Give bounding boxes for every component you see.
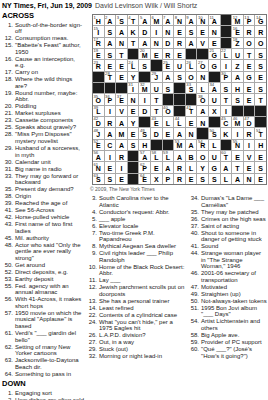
clue-number: 61. bbox=[2, 330, 13, 337]
grid-cell[interactable]: 30P bbox=[221, 72, 232, 82]
clue-item: 31.Big name in radio bbox=[2, 166, 86, 173]
cell-letter: E bbox=[163, 63, 174, 70]
clue-number: 57. bbox=[2, 310, 13, 317]
cell-letter: E bbox=[255, 74, 266, 81]
grid-cell[interactable]: 23R bbox=[93, 60, 104, 70]
grid-cell[interactable]: N bbox=[151, 38, 162, 48]
grid-cell[interactable]: E bbox=[105, 162, 116, 172]
cell-letter: V bbox=[244, 154, 255, 161]
grid-cell[interactable]: I bbox=[139, 94, 150, 104]
cell-letter: H bbox=[139, 142, 150, 149]
cell-letter: T bbox=[244, 52, 255, 59]
grid-cell[interactable]: A bbox=[105, 128, 116, 138]
across-clue-list: 1.South-of-the-border sign-off12.Consump… bbox=[2, 22, 86, 378]
grid-cell[interactable]: 41T bbox=[186, 106, 197, 116]
grid-cell[interactable]: 24L bbox=[128, 60, 139, 70]
grid-cell[interactable]: A bbox=[174, 151, 185, 161]
grid-cell[interactable]: E bbox=[174, 49, 185, 59]
cell-letter: G bbox=[209, 165, 220, 172]
grid-cell[interactable]: A bbox=[163, 162, 174, 172]
grid-cell[interactable]: 47D bbox=[244, 117, 255, 127]
cell-letter: U bbox=[151, 86, 162, 93]
grid-cell[interactable]: A bbox=[139, 38, 150, 48]
grid-cell[interactable]: A bbox=[232, 72, 243, 82]
grid-cell[interactable]: L bbox=[209, 140, 220, 150]
cell-letter: O bbox=[197, 63, 208, 70]
grid-cell[interactable]: A bbox=[105, 38, 116, 48]
grid-cell[interactable]: U bbox=[174, 60, 185, 70]
grid-cell[interactable]: E bbox=[174, 26, 185, 36]
grid-cell[interactable]: T bbox=[151, 106, 162, 116]
clue-number: 40. bbox=[188, 230, 199, 237]
grid-cell[interactable]: S bbox=[128, 140, 139, 150]
grid-cell[interactable]: 5A bbox=[139, 15, 150, 25]
grid-cell[interactable]: G bbox=[209, 60, 220, 70]
grid-cell[interactable]: 61N bbox=[93, 162, 104, 172]
grid-cell[interactable]: E bbox=[209, 38, 220, 48]
grid-cell[interactable]: 8N bbox=[174, 15, 185, 25]
grid-cell[interactable]: E bbox=[255, 72, 266, 82]
cell-letter: O bbox=[93, 97, 104, 104]
grid-cell[interactable]: Y bbox=[197, 162, 208, 172]
grid-cell[interactable]: 50S bbox=[209, 128, 220, 138]
grid-cell[interactable]: S bbox=[105, 26, 116, 36]
grid-cell[interactable]: A bbox=[116, 140, 127, 150]
clue-number: 54. bbox=[188, 318, 199, 325]
grid-cell[interactable]: 20M bbox=[139, 49, 150, 59]
grid-cell[interactable]: R bbox=[244, 128, 255, 138]
grid-cell[interactable]: 48J bbox=[93, 128, 104, 138]
grid-cell[interactable]: 26L bbox=[186, 60, 197, 70]
grid-cell[interactable]: E bbox=[151, 162, 162, 172]
grid-cell[interactable]: 28T bbox=[105, 72, 116, 82]
clue-number: 9. bbox=[86, 250, 97, 257]
grid-cell[interactable]: 11A bbox=[209, 15, 220, 25]
grid-cell[interactable]: E bbox=[128, 128, 139, 138]
grid-cell[interactable]: 60T bbox=[221, 151, 232, 161]
grid-cell[interactable]: 51T bbox=[255, 128, 266, 138]
cell-letter: Y bbox=[128, 74, 139, 81]
grid-cell[interactable]: I bbox=[105, 106, 116, 116]
cell-letter: T bbox=[186, 108, 197, 115]
grid-cell[interactable]: 56A bbox=[93, 151, 104, 161]
cell-letter: G bbox=[209, 63, 220, 70]
grid-cell[interactable]: E bbox=[232, 151, 243, 161]
cell-letter: L bbox=[163, 120, 174, 127]
grid-cell[interactable]: 9A bbox=[186, 15, 197, 25]
cell-letter: A bbox=[232, 74, 243, 81]
grid-cell[interactable]: 54R bbox=[197, 140, 208, 150]
grid-cell[interactable]: I bbox=[221, 60, 232, 70]
grid-cell[interactable]: A bbox=[232, 174, 243, 184]
grid-cell[interactable]: 31I bbox=[128, 83, 139, 93]
grid-cell[interactable]: T bbox=[232, 162, 243, 172]
grid-cell[interactable]: 64E bbox=[139, 174, 150, 184]
grid-cell[interactable]: 18Z bbox=[232, 38, 243, 48]
grid-cell[interactable]: B bbox=[186, 151, 197, 161]
grid-cell[interactable]: O bbox=[186, 72, 197, 82]
cell-letter: H bbox=[255, 142, 266, 149]
cell-letter: U bbox=[209, 154, 220, 161]
clue-item: 6.Elevator locale bbox=[86, 223, 186, 230]
clue-number: 42. bbox=[2, 214, 13, 221]
grid-cell[interactable]: N bbox=[244, 174, 255, 184]
grid-cell[interactable]: S bbox=[232, 94, 243, 104]
grid-cell[interactable]: S bbox=[221, 83, 232, 93]
cell-letter: A bbox=[197, 108, 208, 115]
grid-cell[interactable]: R bbox=[244, 26, 255, 36]
grid-cell[interactable]: E bbox=[116, 174, 127, 184]
black-cell bbox=[93, 72, 104, 82]
grid-cell[interactable]: 38O bbox=[197, 94, 208, 104]
clue-number: 17. bbox=[2, 69, 13, 76]
clue-item: 8.Mythical Aegean Sea dweller bbox=[86, 243, 186, 250]
grid-cell[interactable]: R bbox=[174, 174, 185, 184]
grid-cell[interactable]: 3S bbox=[116, 15, 127, 25]
grid-cell[interactable]: 52E bbox=[93, 140, 104, 150]
clue-item: 5.___ apple bbox=[86, 216, 186, 223]
grid-cell[interactable]: A bbox=[221, 162, 232, 172]
grid-cell[interactable]: U bbox=[151, 83, 162, 93]
clue-item: 10.Home of the Black Rock Desert: Abbr. bbox=[86, 264, 186, 277]
clue-item: 26.L.A.P.D. division? bbox=[86, 332, 186, 339]
cell-letter: L bbox=[93, 108, 104, 115]
grid-cell[interactable]: 59L bbox=[163, 151, 174, 161]
cell-letter: G bbox=[244, 74, 255, 81]
cell-letter: S bbox=[255, 86, 266, 93]
cell-letter: G bbox=[209, 52, 220, 59]
grid-cell[interactable]: 25E bbox=[163, 60, 174, 70]
clue-item: 15."Babette's Feast" author, 1950 bbox=[2, 42, 86, 55]
grid-cell[interactable]: N bbox=[209, 26, 220, 36]
clue-item: 41.See 56-Across bbox=[2, 207, 86, 214]
grid-cell[interactable]: 45C bbox=[221, 117, 232, 127]
grid-cell[interactable]: N bbox=[197, 72, 208, 82]
grid-cell[interactable]: A bbox=[186, 140, 197, 150]
clue-item: 17.Carry on bbox=[2, 69, 86, 76]
cell-letter: D bbox=[244, 120, 255, 127]
grid-cell[interactable]: 57A bbox=[139, 151, 150, 161]
grid-cell[interactable]: D bbox=[139, 26, 150, 36]
grid-cell[interactable]: 22L bbox=[221, 49, 232, 59]
grid-cell[interactable]: M bbox=[116, 128, 127, 138]
grid-cell[interactable]: E bbox=[244, 83, 255, 93]
grid-cell[interactable]: R bbox=[174, 38, 185, 48]
grid-cell[interactable]: N bbox=[128, 94, 139, 104]
cell-letter: N bbox=[174, 18, 185, 25]
grid-cell[interactable]: S bbox=[209, 174, 220, 184]
clue-number: 15. bbox=[2, 42, 13, 49]
puzzle-byline: David Levinson Wilk / Will Shortz bbox=[95, 2, 197, 9]
grid-cell[interactable]: T bbox=[128, 38, 139, 48]
grid-cell[interactable]: D bbox=[139, 106, 150, 116]
cell-letter: I bbox=[232, 131, 243, 138]
grid-cell[interactable]: U bbox=[209, 94, 220, 104]
grid-cell[interactable]: O bbox=[197, 151, 208, 161]
grid-cell[interactable]: 43E bbox=[151, 117, 162, 127]
grid-cell[interactable]: I bbox=[221, 106, 232, 116]
grid-cell[interactable]: V bbox=[244, 151, 255, 161]
grid-cell[interactable]: 13P bbox=[244, 15, 255, 25]
cell-letter: V bbox=[197, 40, 208, 47]
clue-number: 13. bbox=[86, 298, 97, 305]
grid-cell[interactable]: 36P bbox=[105, 94, 116, 104]
clue-number: 25. bbox=[2, 124, 13, 131]
cell-letter: E bbox=[244, 97, 255, 104]
cell-letter: I bbox=[93, 29, 104, 36]
cell-letter: M bbox=[232, 18, 243, 25]
grid-cell[interactable]: L bbox=[221, 174, 232, 184]
clue-number: 33. bbox=[2, 173, 13, 180]
black-cell bbox=[105, 83, 116, 93]
cell-letter: I bbox=[221, 63, 232, 70]
grid-cell[interactable]: 62P bbox=[139, 162, 150, 172]
grid-cell[interactable]: 32M bbox=[139, 83, 150, 93]
cell-letter: A bbox=[105, 131, 116, 138]
grid-cell[interactable]: E bbox=[116, 60, 127, 70]
grid-cell[interactable]: 29J bbox=[151, 72, 162, 82]
grid-cell[interactable]: Y bbox=[128, 117, 139, 127]
grid-cell[interactable]: 34A bbox=[209, 83, 220, 93]
cell-letter: U bbox=[209, 97, 220, 104]
grid-cell[interactable]: I bbox=[105, 151, 116, 161]
grid-cell[interactable]: A bbox=[116, 117, 127, 127]
grid-cell[interactable]: R bbox=[163, 49, 174, 59]
grid-cell[interactable]: E bbox=[197, 26, 208, 36]
grid-cell[interactable]: L bbox=[163, 117, 174, 127]
grid-cell[interactable]: U bbox=[232, 49, 243, 59]
grid-cell[interactable]: 46M bbox=[232, 117, 243, 127]
grid-cell[interactable]: S bbox=[197, 174, 208, 184]
grid-cell[interactable]: E bbox=[116, 72, 127, 82]
cell-letter: T bbox=[232, 165, 243, 172]
grid-cell[interactable]: S bbox=[255, 162, 266, 172]
grid-cell[interactable]: 1H bbox=[93, 15, 104, 25]
grid-cell[interactable]: 37E bbox=[116, 94, 127, 104]
grid-cell[interactable]: 10N bbox=[197, 15, 208, 25]
grid-cell[interactable]: L bbox=[197, 83, 208, 93]
grid-cell[interactable]: I bbox=[151, 26, 162, 36]
grid-cell[interactable]: K bbox=[221, 128, 232, 138]
grid-cell[interactable]: S bbox=[174, 72, 185, 82]
grid-cell[interactable]: S bbox=[255, 83, 266, 93]
grid-cell[interactable]: L bbox=[186, 162, 197, 172]
grid-cell[interactable]: 14G bbox=[255, 15, 266, 25]
grid-cell[interactable]: T bbox=[244, 49, 255, 59]
cell-letter: N bbox=[116, 40, 127, 47]
grid-cell[interactable]: E bbox=[244, 60, 255, 70]
black-cell bbox=[163, 140, 174, 150]
grid-cell[interactable]: A bbox=[116, 26, 127, 36]
cell-letter: N bbox=[93, 165, 104, 172]
clue-number: 50. bbox=[188, 298, 199, 305]
black-cell bbox=[116, 83, 127, 93]
black-cell bbox=[186, 49, 197, 59]
grid-cell[interactable]: 19E bbox=[93, 49, 104, 59]
grid-cell[interactable]: E bbox=[255, 151, 266, 161]
grid-cell[interactable]: U bbox=[209, 151, 220, 161]
grid-cell[interactable]: 49S bbox=[139, 128, 150, 138]
black-cell bbox=[232, 106, 243, 116]
grid-cell[interactable]: 35O bbox=[93, 94, 104, 104]
grid-cell[interactable]: 12M bbox=[232, 15, 243, 25]
cell-letter: T bbox=[105, 74, 116, 81]
grid-cell[interactable]: 40O bbox=[163, 106, 174, 116]
clue-number: 23. bbox=[2, 117, 13, 124]
grid-cell[interactable]: S bbox=[255, 60, 266, 70]
cell-letter: E bbox=[116, 74, 127, 81]
grid-cell[interactable]: S bbox=[105, 49, 116, 59]
grid-cell[interactable]: E bbox=[244, 94, 255, 104]
grid-cell[interactable]: E bbox=[186, 117, 197, 127]
grid-cell[interactable]: 44L bbox=[174, 117, 185, 127]
black-cell bbox=[186, 94, 197, 104]
grid-cell[interactable]: E bbox=[163, 128, 174, 138]
grid-cell[interactable]: 39L bbox=[93, 106, 104, 116]
grid-cell[interactable]: A bbox=[174, 128, 185, 138]
grid-cell[interactable]: T bbox=[151, 94, 162, 104]
grid-cell[interactable]: R bbox=[116, 151, 127, 161]
grid-cell[interactable]: H bbox=[255, 140, 266, 150]
grid-cell[interactable]: I bbox=[232, 128, 243, 138]
cell-letter: A bbox=[93, 154, 104, 161]
grid-cell[interactable]: S bbox=[105, 174, 116, 184]
grid-cell[interactable]: 53M bbox=[174, 140, 185, 150]
grid-cell[interactable]: 2A bbox=[105, 15, 116, 25]
grid-cell[interactable]: T bbox=[221, 94, 232, 104]
grid-cell[interactable]: N bbox=[186, 128, 197, 138]
grid-cell[interactable]: S bbox=[139, 60, 150, 70]
cell-letter: R bbox=[244, 131, 255, 138]
grid-cell[interactable]: G bbox=[244, 72, 255, 82]
grid-cell[interactable]: S bbox=[163, 83, 174, 93]
cell-letter: L bbox=[128, 63, 139, 70]
clue-item: 58.Big Apple ave. bbox=[188, 332, 267, 339]
grid-cell[interactable]: 55N bbox=[232, 140, 243, 150]
cell-letter: A bbox=[209, 18, 220, 25]
cell-letter: R bbox=[93, 63, 104, 70]
grid-cell[interactable]: T bbox=[116, 49, 127, 59]
grid-cell[interactable]: R bbox=[255, 26, 266, 36]
grid-cell[interactable]: E bbox=[128, 106, 139, 116]
grid-cell[interactable]: X bbox=[151, 174, 162, 184]
grid-cell[interactable]: D bbox=[163, 38, 174, 48]
grid-cell[interactable]: I bbox=[116, 162, 127, 172]
grid-cell[interactable]: S bbox=[186, 26, 197, 36]
clue-number: 1. bbox=[2, 390, 13, 397]
clue-item: 22.Contents of a cylindrical case bbox=[86, 312, 186, 319]
cell-letter: A bbox=[139, 18, 150, 25]
cell-letter: X bbox=[151, 176, 162, 183]
clue-item: 35.They may be patched bbox=[188, 209, 267, 216]
grid-cell[interactable]: A bbox=[197, 106, 208, 116]
grid-cell[interactable]: S bbox=[255, 49, 266, 59]
grid-cell[interactable]: 15I bbox=[93, 26, 104, 36]
cell-letter: E bbox=[197, 29, 208, 36]
grid-cell[interactable]: H bbox=[232, 83, 243, 93]
grid-cell[interactable]: E bbox=[186, 174, 197, 184]
grid-cell[interactable]: E bbox=[244, 162, 255, 172]
cell-letter: A bbox=[174, 154, 185, 161]
cell-letter: I bbox=[151, 29, 162, 36]
cell-letter: J bbox=[93, 131, 104, 138]
grid-cell[interactable]: 42D bbox=[93, 117, 104, 127]
copyright-line: © 2009, The New York Times bbox=[90, 186, 155, 192]
grid-cell[interactable]: A bbox=[186, 38, 197, 48]
grid-cell[interactable]: D bbox=[151, 128, 162, 138]
black-cell bbox=[139, 72, 150, 82]
grid-cell[interactable]: G bbox=[209, 162, 220, 172]
grid-cell[interactable]: C bbox=[105, 140, 116, 150]
cell-letter: L bbox=[186, 63, 197, 70]
clue-number: 29. bbox=[86, 346, 97, 353]
grid-cell[interactable]: E bbox=[151, 49, 162, 59]
grid-cell[interactable]: V bbox=[116, 106, 127, 116]
grid-cell[interactable]: N bbox=[197, 117, 208, 127]
grid-cell[interactable]: P bbox=[163, 174, 174, 184]
grid-cell[interactable]: 21G bbox=[209, 49, 220, 59]
grid-cell[interactable]: O bbox=[244, 38, 255, 48]
clue-item: 12.Consumption meas. bbox=[2, 35, 86, 42]
grid-cell[interactable]: 4T bbox=[128, 15, 139, 25]
cell-letter: O bbox=[244, 40, 255, 47]
grid-cell[interactable]: 16E bbox=[232, 26, 243, 36]
grid-cell[interactable]: V bbox=[197, 38, 208, 48]
grid-cell[interactable]: N bbox=[163, 26, 174, 36]
cell-letter: A bbox=[139, 154, 150, 161]
black-cell bbox=[93, 83, 104, 93]
grid-cell[interactable]: K bbox=[128, 26, 139, 36]
cell-letter: D bbox=[151, 131, 162, 138]
grid-cell[interactable]: 58L bbox=[151, 151, 162, 161]
grid-cell[interactable]: Y bbox=[128, 72, 139, 82]
grid-cell[interactable]: I bbox=[244, 140, 255, 150]
grid-cell[interactable]: T bbox=[255, 94, 266, 104]
grid-cell[interactable]: A bbox=[163, 72, 174, 82]
clue-item: 44.Strange woman player in "The Strange … bbox=[188, 250, 267, 270]
black-cell bbox=[128, 162, 139, 172]
cell-letter: L bbox=[197, 86, 208, 93]
cell-letter: D bbox=[163, 40, 174, 47]
grid-cell[interactable]: E bbox=[255, 174, 266, 184]
grid-cell[interactable]: 33S bbox=[186, 83, 197, 93]
grid-cell[interactable]: 7A bbox=[163, 15, 174, 25]
grid-cell[interactable]: O bbox=[255, 38, 266, 48]
clue-item: 28."Miss Pym Disposes" mystery novelist bbox=[2, 131, 86, 144]
cell-letter: A bbox=[116, 120, 127, 127]
grid-cell[interactable]: Z bbox=[232, 60, 243, 70]
grid-cell[interactable]: 63S bbox=[93, 174, 104, 184]
grid-cell[interactable]: H bbox=[139, 140, 150, 150]
black-cell bbox=[221, 26, 232, 36]
clue-number: 12. bbox=[2, 35, 13, 42]
grid-cell[interactable]: X bbox=[209, 106, 220, 116]
cell-letter: E bbox=[186, 176, 197, 183]
grid-cell[interactable]: R bbox=[174, 162, 185, 172]
cell-letter: E bbox=[93, 52, 104, 59]
grid-cell[interactable]: 17R bbox=[93, 38, 104, 48]
grid-cell[interactable]: R bbox=[105, 117, 116, 127]
grid-cell[interactable]: 27O bbox=[197, 60, 208, 70]
cell-letter: V bbox=[116, 108, 127, 115]
grid-cell[interactable]: 6M bbox=[151, 15, 162, 25]
grid-cell[interactable]: E bbox=[105, 60, 116, 70]
clue-item: 13.She has a personal trainer bbox=[86, 298, 186, 305]
cell-letter: A bbox=[139, 40, 150, 47]
clue-item: 61.Verdi's "___ giardin del bello" bbox=[2, 330, 86, 343]
black-cell bbox=[255, 106, 266, 116]
grid-cell[interactable]: N bbox=[116, 38, 127, 48]
